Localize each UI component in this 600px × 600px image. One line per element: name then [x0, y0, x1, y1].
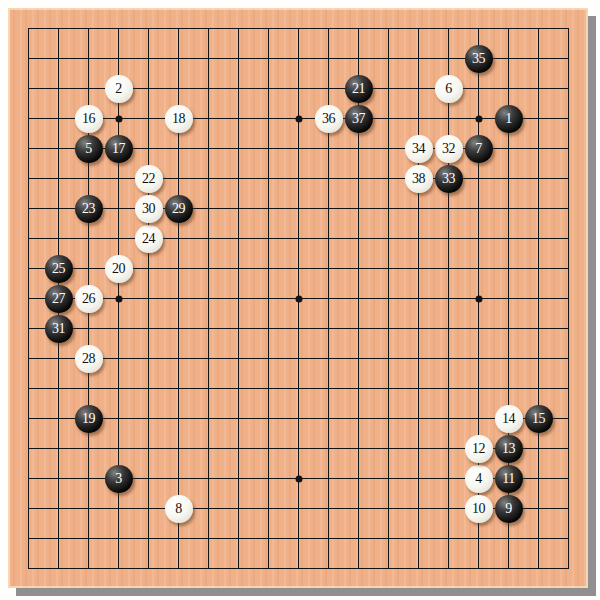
stone-move-28-white[interactable]: 28 — [75, 345, 103, 373]
stone-move-11-black[interactable]: 11 — [495, 465, 523, 493]
stone-move-38-white[interactable]: 38 — [405, 165, 433, 193]
stone-move-10-white[interactable]: 10 — [465, 495, 493, 523]
stone-move-2-white[interactable]: 2 — [105, 75, 133, 103]
stone-move-26-white[interactable]: 26 — [75, 285, 103, 313]
stone-move-25-black[interactable]: 25 — [45, 255, 73, 283]
stone-move-3-black[interactable]: 3 — [105, 465, 133, 493]
stone-move-12-white[interactable]: 12 — [465, 435, 493, 463]
stone-move-18-white[interactable]: 18 — [165, 105, 193, 133]
stone-move-37-black[interactable]: 37 — [345, 105, 373, 133]
stone-move-33-black[interactable]: 33 — [435, 165, 463, 193]
stone-move-24-white[interactable]: 24 — [135, 225, 163, 253]
stone-move-21-black[interactable]: 21 — [345, 75, 373, 103]
stone-move-30-white[interactable]: 30 — [135, 195, 163, 223]
stone-move-14-white[interactable]: 14 — [495, 405, 523, 433]
stone-move-13-black[interactable]: 13 — [495, 435, 523, 463]
stone-move-6-white[interactable]: 6 — [435, 75, 463, 103]
stone-move-36-white[interactable]: 36 — [315, 105, 343, 133]
stone-move-9-black[interactable]: 9 — [495, 495, 523, 523]
stone-move-1-black[interactable]: 1 — [495, 105, 523, 133]
stones-grid: 1234567891011121314151617181920212223242… — [14, 14, 584, 584]
stone-move-20-white[interactable]: 20 — [105, 255, 133, 283]
stone-move-15-black[interactable]: 15 — [525, 405, 553, 433]
stone-move-34-white[interactable]: 34 — [405, 135, 433, 163]
stone-move-32-white[interactable]: 32 — [435, 135, 463, 163]
stone-move-23-black[interactable]: 23 — [75, 195, 103, 223]
stone-move-35-black[interactable]: 35 — [465, 45, 493, 73]
stone-move-19-black[interactable]: 19 — [75, 405, 103, 433]
page: 1234567891011121314151617181920212223242… — [0, 0, 600, 600]
stone-move-27-black[interactable]: 27 — [45, 285, 73, 313]
stone-move-8-white[interactable]: 8 — [165, 495, 193, 523]
stone-move-31-black[interactable]: 31 — [45, 315, 73, 343]
stone-move-29-black[interactable]: 29 — [165, 195, 193, 223]
stone-move-5-black[interactable]: 5 — [75, 135, 103, 163]
stone-move-17-black[interactable]: 17 — [105, 135, 133, 163]
stone-move-4-white[interactable]: 4 — [465, 465, 493, 493]
stone-move-16-white[interactable]: 16 — [75, 105, 103, 133]
go-board[interactable]: 1234567891011121314151617181920212223242… — [8, 8, 588, 588]
stone-move-22-white[interactable]: 22 — [135, 165, 163, 193]
stone-move-7-black[interactable]: 7 — [465, 135, 493, 163]
